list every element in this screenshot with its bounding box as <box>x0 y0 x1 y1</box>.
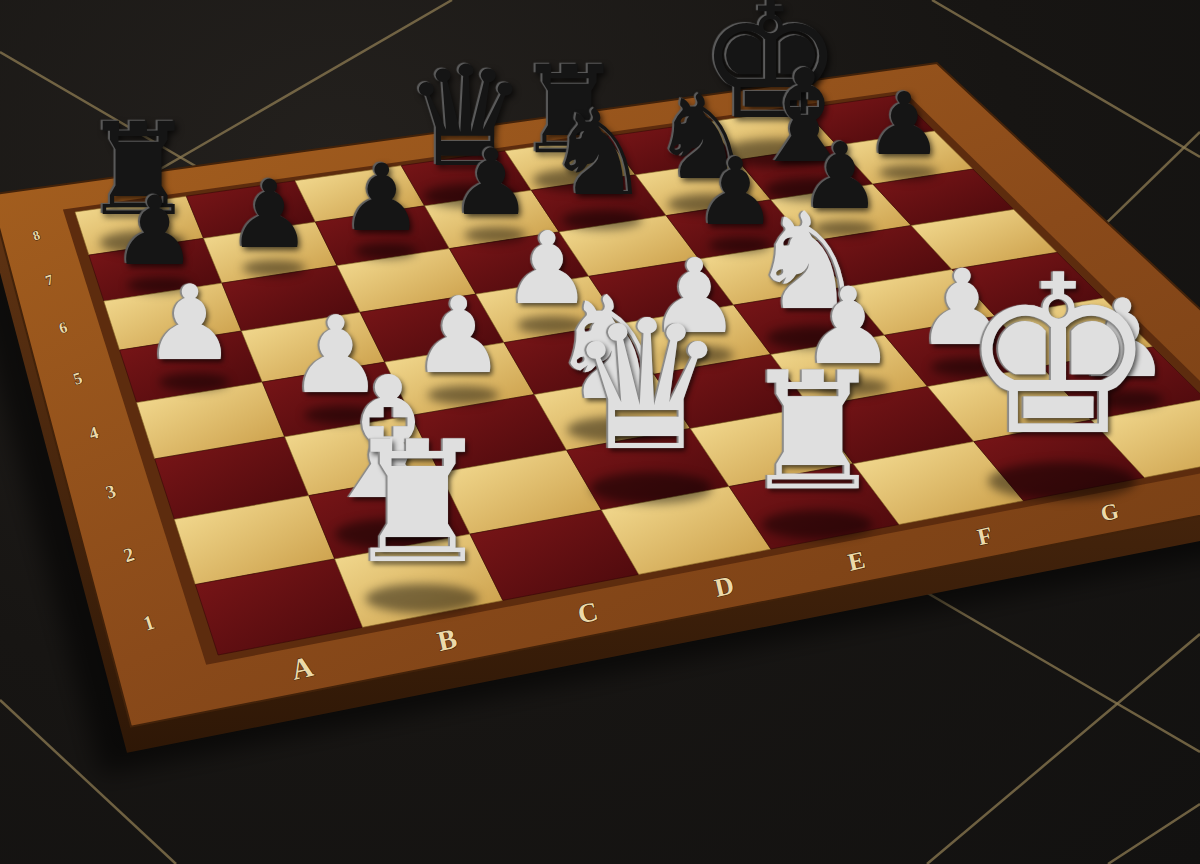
piece-white-king-g1[interactable]: ♚ <box>960 247 1157 486</box>
piece-black-knight-e7[interactable]: ♞ <box>545 94 651 223</box>
piece-white-rook-b1[interactable]: ♜ <box>343 420 493 602</box>
piece-black-pawn-b7[interactable]: ♟ <box>228 168 312 270</box>
piece-white-queen-d2[interactable]: ♛ <box>567 297 728 492</box>
chess-scene: ABCDEFG12345678 ♚♟♜♝♛♞♞♟♟♜♟♟♟♟♟♞♟♟♟♟♟♟♟♞… <box>0 0 1200 864</box>
piece-black-pawn-c7[interactable]: ♟ <box>340 152 423 253</box>
floor-seam <box>1108 804 1200 864</box>
piece-white-rook-e1[interactable]: ♜ <box>740 351 886 528</box>
piece-white-pawn-a5[interactable]: ♟ <box>144 272 237 385</box>
